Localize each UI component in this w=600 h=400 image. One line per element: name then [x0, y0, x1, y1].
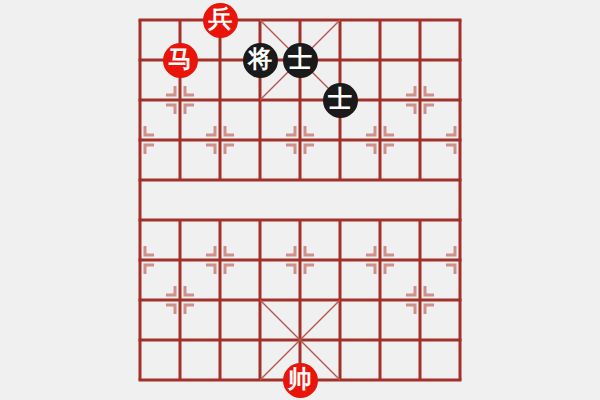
- piece-red-horse[interactable]: 马: [163, 43, 198, 78]
- piece-label: 士: [288, 47, 312, 71]
- piece-black-general[interactable]: 将: [243, 43, 278, 78]
- piece-label: 将: [248, 47, 272, 71]
- piece-label: 士: [328, 87, 352, 111]
- piece-black-advisor-2[interactable]: 士: [323, 83, 358, 118]
- piece-red-soldier[interactable]: 兵: [203, 3, 238, 38]
- piece-label: 帅: [288, 367, 312, 391]
- piece-label: 兵: [208, 7, 232, 31]
- pieces-grid[interactable]: 兵马将士士帅: [120, 0, 480, 400]
- piece-black-advisor-1[interactable]: 士: [283, 43, 318, 78]
- piece-red-general[interactable]: 帅: [283, 363, 318, 398]
- piece-label: 马: [168, 47, 192, 71]
- xiangqi-board[interactable]: 兵马将士士帅: [0, 0, 600, 400]
